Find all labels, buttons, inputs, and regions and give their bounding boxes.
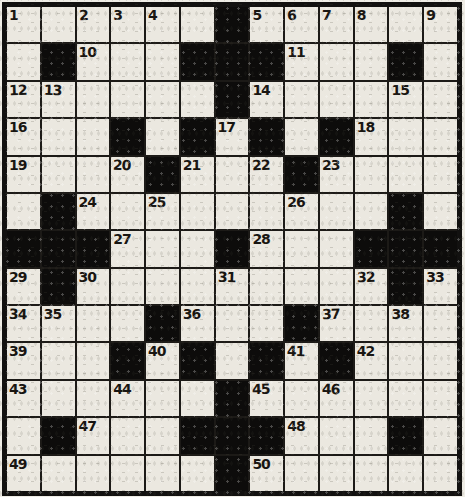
cell-r5c8[interactable]: 22: [250, 157, 283, 192]
clue-number-14: 14: [252, 82, 269, 98]
cell-r1c12[interactable]: [389, 7, 422, 42]
black-cell-r7c3: [77, 231, 110, 266]
cell-r1c8[interactable]: 5: [250, 7, 283, 42]
cell-r5c1[interactable]: 19: [7, 157, 40, 192]
cell-r4c5[interactable]: [146, 119, 179, 154]
cell-r4c2[interactable]: [42, 119, 75, 154]
clue-number-49: 49: [9, 456, 26, 472]
cell-r10c12[interactable]: [389, 343, 422, 378]
clue-number-45: 45: [252, 381, 270, 398]
cell-r1c10[interactable]: 7: [320, 7, 353, 42]
cell-r7c8[interactable]: 28: [250, 231, 283, 266]
cell-r6c1[interactable]: [7, 194, 40, 229]
cell-r4c13[interactable]: [424, 119, 457, 154]
clue-number-11: 11: [287, 44, 304, 60]
black-cell-r6c12: [389, 194, 422, 229]
cell-r1c6[interactable]: [181, 7, 214, 42]
clue-number-8: 8: [357, 7, 366, 23]
cell-r7c4[interactable]: 27: [111, 231, 144, 266]
clue-number-13: 13: [43, 81, 61, 98]
cell-r9c8[interactable]: [250, 306, 283, 341]
black-cell-r7c7: [216, 231, 249, 266]
cell-r5c12[interactable]: [389, 157, 422, 192]
cell-r13c6[interactable]: [181, 456, 214, 491]
cell-r10c9[interactable]: 41: [285, 343, 318, 378]
clue-number-35: 35: [44, 306, 61, 322]
black-cell-r2c8: [250, 44, 283, 79]
clue-number-39: 39: [9, 343, 26, 359]
black-cell-r10c8: [250, 343, 283, 378]
cell-r11c10[interactable]: 46: [320, 381, 353, 416]
cell-r12c9[interactable]: 48: [285, 418, 318, 453]
clue-number-5: 5: [252, 7, 261, 23]
clue-number-22: 22: [252, 156, 270, 173]
cell-r6c8[interactable]: [250, 194, 283, 229]
cell-r4c12[interactable]: [389, 119, 422, 154]
clue-number-47: 47: [79, 418, 96, 434]
black-cell-r9c9: [285, 306, 318, 341]
cell-r8c11[interactable]: 32: [355, 269, 388, 304]
cell-r2c3[interactable]: 10: [77, 44, 110, 79]
cell-r2c4[interactable]: [111, 44, 144, 79]
clue-number-27: 27: [113, 231, 130, 247]
clue-number-1: 1: [9, 7, 18, 23]
cell-r4c7[interactable]: 17: [216, 119, 249, 154]
black-cell-r2c2: [42, 44, 75, 79]
cell-r6c5[interactable]: 25: [146, 194, 179, 229]
cell-r2c13[interactable]: [424, 44, 457, 79]
clue-number-46: 46: [322, 381, 340, 398]
black-cell-r1c7: [216, 7, 249, 42]
black-cell-r7c12: [389, 231, 422, 266]
clue-number-6: 6: [287, 7, 296, 23]
clue-number-16: 16: [9, 119, 26, 135]
cell-r6c10[interactable]: [320, 194, 353, 229]
clue-number-26: 26: [287, 194, 304, 210]
cell-r13c10[interactable]: [320, 456, 353, 491]
black-cell-r12c8: [250, 418, 283, 453]
cell-r5c10[interactable]: 23: [320, 157, 353, 192]
black-cell-r7c11: [355, 231, 388, 266]
cell-r11c4[interactable]: 44: [111, 381, 144, 416]
cell-r3c13[interactable]: [424, 82, 457, 117]
clue-number-12: 12: [9, 81, 27, 98]
cell-r3c5[interactable]: [146, 82, 179, 117]
cell-r7c9[interactable]: [285, 231, 318, 266]
clue-number-48: 48: [287, 418, 304, 434]
cell-r13c2[interactable]: [42, 456, 75, 491]
cell-r10c7[interactable]: [216, 343, 249, 378]
clue-number-21: 21: [183, 157, 200, 173]
cell-r5c11[interactable]: [355, 157, 388, 192]
cell-r10c13[interactable]: [424, 343, 457, 378]
black-cell-r12c12: [389, 418, 422, 453]
clue-number-34: 34: [9, 306, 27, 323]
black-cell-r4c8: [250, 119, 283, 154]
black-cell-r10c4: [111, 343, 144, 378]
cell-r9c4[interactable]: [111, 306, 144, 341]
clue-number-50: 50: [252, 456, 269, 472]
crossword-grid: 1234567891011121314151617181920212223242…: [2, 2, 462, 496]
cell-r9c2[interactable]: 35: [42, 306, 75, 341]
cell-r4c3[interactable]: [77, 119, 110, 154]
cell-r5c7[interactable]: [216, 157, 249, 192]
black-cell-r11c7: [216, 381, 249, 416]
cell-r1c11[interactable]: 8: [355, 7, 388, 42]
cell-r3c3[interactable]: [77, 82, 110, 117]
clue-number-32: 32: [356, 268, 374, 285]
clue-number-24: 24: [79, 194, 96, 210]
cell-r10c3[interactable]: [77, 343, 110, 378]
cell-r3c9[interactable]: [285, 82, 318, 117]
cell-r13c12[interactable]: [389, 456, 422, 491]
cell-r3c6[interactable]: [181, 82, 214, 117]
cell-r13c1[interactable]: 49: [7, 456, 40, 491]
clue-number-2: 2: [78, 7, 87, 23]
cell-r7c5[interactable]: [146, 231, 179, 266]
cell-r2c1[interactable]: [7, 44, 40, 79]
clue-number-20: 20: [113, 156, 131, 173]
black-cell-r2c12: [389, 44, 422, 79]
black-cell-r8c2: [42, 269, 75, 304]
cell-r5c2[interactable]: [42, 157, 75, 192]
cell-r8c13[interactable]: 33: [424, 269, 457, 304]
clue-number-31: 31: [217, 268, 235, 285]
clue-number-36: 36: [183, 306, 200, 322]
cell-r2c5[interactable]: [146, 44, 179, 79]
black-cell-r4c4: [111, 119, 144, 154]
cell-r3c12[interactable]: 15: [389, 82, 422, 117]
cell-r8c4[interactable]: [111, 269, 144, 304]
cell-r12c4[interactable]: [111, 418, 144, 453]
black-cell-r7c1: [7, 231, 40, 266]
cell-r8c8[interactable]: [250, 269, 283, 304]
cell-r5c3[interactable]: [77, 157, 110, 192]
cell-r13c9[interactable]: [285, 456, 318, 491]
cell-r1c4[interactable]: 3: [111, 7, 144, 42]
cell-r6c11[interactable]: [355, 194, 388, 229]
cell-r9c12[interactable]: 38: [389, 306, 422, 341]
clue-number-41: 41: [287, 343, 305, 360]
clue-number-30: 30: [79, 269, 96, 285]
black-cell-r12c7: [216, 418, 249, 453]
cell-r6c4[interactable]: [111, 194, 144, 229]
black-cell-r5c9: [285, 157, 318, 192]
cell-r7c10[interactable]: [320, 231, 353, 266]
cell-r9c11[interactable]: [355, 306, 388, 341]
cell-r10c1[interactable]: 39: [7, 343, 40, 378]
black-cell-r7c13: [424, 231, 457, 266]
cell-r13c8[interactable]: 50: [250, 456, 283, 491]
cell-r8c9[interactable]: [285, 269, 318, 304]
black-cell-r10c6: [181, 343, 214, 378]
cell-r5c13[interactable]: [424, 157, 457, 192]
clue-number-15: 15: [391, 82, 408, 98]
black-cell-r10c10: [320, 343, 353, 378]
cell-r11c9[interactable]: [285, 381, 318, 416]
black-cell-r7c2: [42, 231, 75, 266]
cell-r2c10[interactable]: [320, 44, 353, 79]
clue-number-33: 33: [426, 269, 443, 285]
cell-r13c11[interactable]: [355, 456, 388, 491]
cell-r8c7[interactable]: 31: [216, 269, 249, 304]
cell-r2c11[interactable]: [355, 44, 388, 79]
cell-r13c4[interactable]: [111, 456, 144, 491]
cell-r11c5[interactable]: [146, 381, 179, 416]
black-cell-r6c2: [42, 194, 75, 229]
cell-r4c1[interactable]: 16: [7, 119, 40, 154]
clue-number-4: 4: [148, 7, 157, 23]
cell-r6c7[interactable]: [216, 194, 249, 229]
cell-r4c9[interactable]: [285, 119, 318, 154]
cell-r4c11[interactable]: 18: [355, 119, 388, 154]
clue-number-18: 18: [357, 119, 374, 135]
cell-r13c3[interactable]: [77, 456, 110, 491]
clue-number-17: 17: [218, 119, 235, 135]
clue-number-40: 40: [148, 343, 165, 359]
black-cell-r8c12: [389, 269, 422, 304]
cell-r3c1[interactable]: 12: [7, 82, 40, 117]
cell-r11c13[interactable]: [424, 381, 457, 416]
cell-r3c4[interactable]: [111, 82, 144, 117]
cell-r12c3[interactable]: 47: [77, 418, 110, 453]
cell-r6c6[interactable]: [181, 194, 214, 229]
cell-r3c2[interactable]: 13: [42, 82, 75, 117]
cell-r5c4[interactable]: 20: [111, 157, 144, 192]
clue-number-10: 10: [79, 44, 96, 60]
cell-r9c13[interactable]: [424, 306, 457, 341]
cell-r3c8[interactable]: 14: [250, 82, 283, 117]
cell-r6c13[interactable]: [424, 194, 457, 229]
black-cell-r12c2: [42, 418, 75, 453]
clue-number-25: 25: [148, 194, 166, 211]
cell-r12c13[interactable]: [424, 418, 457, 453]
clue-number-42: 42: [357, 343, 374, 359]
cell-r8c10[interactable]: [320, 269, 353, 304]
black-cell-r2c6: [181, 44, 214, 79]
cell-r10c2[interactable]: [42, 343, 75, 378]
cell-r12c1[interactable]: [7, 418, 40, 453]
cell-r11c3[interactable]: [77, 381, 110, 416]
cell-r1c5[interactable]: 4: [146, 7, 179, 42]
cell-r12c11[interactable]: [355, 418, 388, 453]
black-cell-r2c7: [216, 44, 249, 79]
clue-number-9: 9: [426, 7, 435, 23]
cell-r11c2[interactable]: [42, 381, 75, 416]
black-cell-r13c7: [216, 456, 249, 491]
cell-r7c6[interactable]: [181, 231, 214, 266]
clue-number-37: 37: [322, 306, 340, 323]
cell-r6c9[interactable]: 26: [285, 194, 318, 229]
black-cell-r3c7: [216, 82, 249, 117]
clue-number-19: 19: [9, 157, 26, 173]
cell-r1c2[interactable]: [42, 7, 75, 42]
cell-r11c11[interactable]: [355, 381, 388, 416]
cell-r1c1[interactable]: 1: [7, 7, 40, 42]
clue-number-43: 43: [9, 381, 26, 397]
clue-number-29: 29: [9, 269, 26, 285]
cell-r10c11[interactable]: 42: [355, 343, 388, 378]
black-cell-r12c6: [181, 418, 214, 453]
cell-r11c1[interactable]: 43: [7, 381, 40, 416]
cell-r11c6[interactable]: [181, 381, 214, 416]
cell-r8c6[interactable]: [181, 269, 214, 304]
cell-r9c7[interactable]: [216, 306, 249, 341]
clue-number-28: 28: [252, 231, 269, 247]
cell-r9c6[interactable]: 36: [181, 306, 214, 341]
cell-r12c10[interactable]: [320, 418, 353, 453]
cell-r2c9[interactable]: 11: [285, 44, 318, 79]
cell-r8c3[interactable]: 30: [77, 269, 110, 304]
cell-r11c12[interactable]: [389, 381, 422, 416]
clue-number-44: 44: [113, 381, 130, 397]
cell-r10c5[interactable]: 40: [146, 343, 179, 378]
black-cell-r4c10: [320, 119, 353, 154]
black-cell-r5c5: [146, 157, 179, 192]
cell-r12c5[interactable]: [146, 418, 179, 453]
cell-r13c5[interactable]: [146, 456, 179, 491]
cell-r3c10[interactable]: [320, 82, 353, 117]
cell-r6c3[interactable]: 24: [77, 194, 110, 229]
clue-number-3: 3: [113, 7, 122, 23]
cell-r9c10[interactable]: 37: [320, 306, 353, 341]
cell-r1c3[interactable]: 2: [77, 7, 110, 42]
cell-r11c8[interactable]: 45: [250, 381, 283, 416]
cell-r9c1[interactable]: 34: [7, 306, 40, 341]
clue-number-38: 38: [391, 306, 408, 322]
black-cell-r4c6: [181, 119, 214, 154]
cell-r9c3[interactable]: [77, 306, 110, 341]
cell-r5c6[interactable]: 21: [181, 157, 214, 192]
cell-r1c13[interactable]: 9: [424, 7, 457, 42]
black-cell-r9c5: [146, 306, 179, 341]
cell-r13c13[interactable]: [424, 456, 457, 491]
clue-number-23: 23: [322, 157, 339, 173]
cell-r1c9[interactable]: 6: [285, 7, 318, 42]
cell-r8c1[interactable]: 29: [7, 269, 40, 304]
crossword-page: 1234567891011121314151617181920212223242…: [0, 0, 465, 497]
cell-r3c11[interactable]: [355, 82, 388, 117]
cell-r8c5[interactable]: [146, 269, 179, 304]
clue-number-7: 7: [322, 7, 331, 23]
